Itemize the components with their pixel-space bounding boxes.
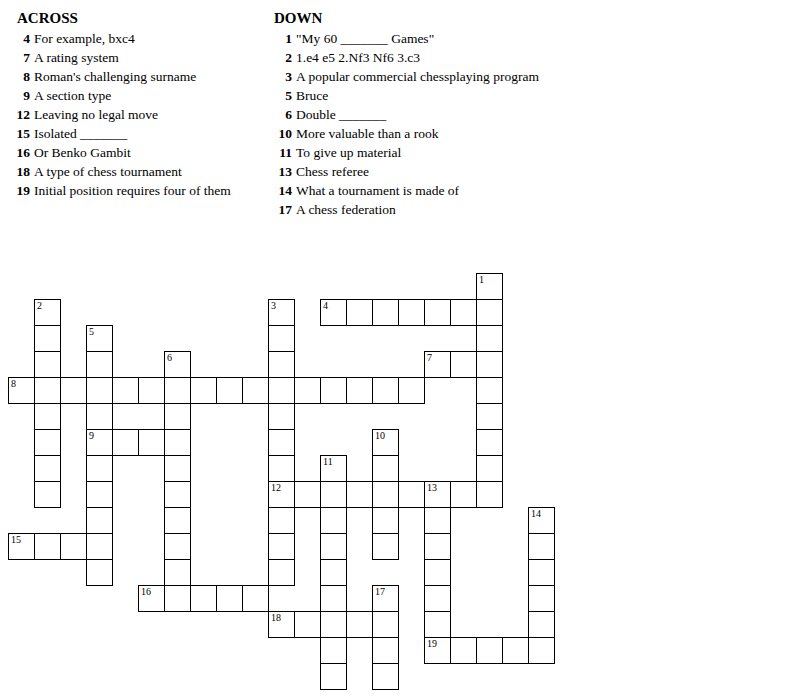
grid-cell[interactable]	[216, 377, 243, 404]
clue-number: 11	[270, 143, 292, 162]
grid-cell[interactable]	[476, 455, 503, 482]
clue-text: A section type	[34, 86, 111, 105]
grid-cell[interactable]	[450, 637, 477, 664]
grid-cell[interactable]	[450, 481, 477, 508]
grid-cell[interactable]	[372, 611, 399, 638]
clue-across-4: 4For example, bxc4	[8, 29, 231, 48]
clue-number: 19	[8, 181, 30, 200]
grid-cell[interactable]	[424, 585, 451, 612]
grid-cell[interactable]: 14	[528, 507, 555, 534]
grid-cell[interactable]	[268, 507, 295, 534]
grid-cell[interactable]	[476, 377, 503, 404]
grid-cell[interactable]	[346, 481, 373, 508]
clue-text: "My 60 _______ Games"	[296, 29, 434, 48]
cell-number: 3	[271, 300, 276, 311]
cell-number: 14	[531, 508, 541, 519]
clue-across-15: 15Isolated _______	[8, 124, 231, 143]
grid-cell[interactable]	[242, 585, 269, 612]
grid-cell[interactable]	[320, 481, 347, 508]
down-header: DOWN	[274, 8, 539, 28]
grid-cell[interactable]	[450, 351, 477, 378]
clue-across-16: 16Or Benko Gambit	[8, 143, 231, 162]
clue-number: 12	[8, 105, 30, 124]
grid-cell[interactable]	[476, 325, 503, 352]
clue-down-13: 13Chess referee	[270, 162, 539, 181]
grid-cell[interactable]	[424, 559, 451, 586]
grid-cell[interactable]	[450, 299, 477, 326]
grid-cell[interactable]	[528, 611, 555, 638]
cell-number: 8	[11, 378, 16, 389]
grid-cell[interactable]	[476, 481, 503, 508]
across-clue-list: 4For example, bxc4 7A rating system 8Rom…	[8, 29, 231, 200]
grid-cell[interactable]	[320, 611, 347, 638]
clue-text: Initial position requires four of them	[34, 181, 231, 200]
clue-text: To give up material	[296, 143, 401, 162]
grid-cell[interactable]	[86, 455, 113, 482]
grid-cell[interactable]	[528, 637, 555, 664]
grid-cell[interactable]	[372, 637, 399, 664]
cell-number: 12	[271, 482, 281, 493]
clue-text: 1.e4 e5 2.Nf3 Nf6 3.c3	[296, 48, 420, 67]
grid-cell[interactable]	[268, 325, 295, 352]
grid-cell[interactable]	[164, 429, 191, 456]
clue-number: 14	[270, 181, 292, 200]
grid-cell[interactable]	[138, 377, 165, 404]
grid-cell[interactable]	[294, 611, 321, 638]
grid-cell[interactable]	[112, 377, 139, 404]
clue-number: 18	[8, 162, 30, 181]
grid-cell[interactable]	[34, 533, 61, 560]
clue-text: A popular commercial chessplaying progra…	[296, 67, 539, 86]
cell-number: 11	[323, 456, 333, 467]
clue-down-10: 10More valuable than a rook	[270, 124, 539, 143]
grid-cell[interactable]: 19	[424, 637, 451, 664]
grid-cell[interactable]	[346, 299, 373, 326]
clue-number: 9	[8, 86, 30, 105]
crossword-page: { "game": "crossword", "theme": "chess",…	[0, 0, 792, 699]
grid-cell[interactable]	[34, 351, 61, 378]
grid-cell[interactable]	[268, 351, 295, 378]
cell-number: 17	[375, 586, 385, 597]
clue-across-9: 9A section type	[8, 86, 231, 105]
grid-cell[interactable]	[164, 481, 191, 508]
clue-number: 3	[270, 67, 292, 86]
clue-text: A rating system	[34, 48, 119, 67]
clue-down-1: 1"My 60 _______ Games"	[270, 29, 539, 48]
grid-cell[interactable]	[424, 507, 451, 534]
cell-number: 19	[427, 638, 437, 649]
cell-number: 10	[375, 430, 385, 441]
grid-cell[interactable]: 17	[372, 585, 399, 612]
grid-cell[interactable]: 2	[34, 299, 61, 326]
grid-cell[interactable]	[320, 533, 347, 560]
grid-cell[interactable]	[60, 377, 87, 404]
grid-cell[interactable]	[372, 481, 399, 508]
grid-cell[interactable]	[34, 403, 61, 430]
grid-cell[interactable]	[398, 481, 425, 508]
grid-cell[interactable]	[476, 299, 503, 326]
clue-number: 2	[270, 48, 292, 67]
cell-number: 2	[37, 300, 42, 311]
clue-number: 5	[270, 86, 292, 105]
across-clues-section: ACROSS 4For example, bxc4 7A rating syst…	[8, 8, 231, 200]
grid-cell[interactable]: 13	[424, 481, 451, 508]
clue-text: A chess federation	[296, 200, 396, 219]
clue-number: 7	[8, 48, 30, 67]
clue-text: For example, bxc4	[34, 29, 135, 48]
cell-number: 1	[479, 274, 484, 285]
clue-number: 8	[8, 67, 30, 86]
clue-across-8: 8Roman's challenging surname	[8, 67, 231, 86]
grid-cell[interactable]	[164, 585, 191, 612]
clue-number: 15	[8, 124, 30, 143]
clue-down-3: 3A popular commercial chessplaying progr…	[270, 67, 539, 86]
grid-cell[interactable]	[398, 377, 425, 404]
cell-number: 6	[167, 352, 172, 363]
grid-cell[interactable]	[346, 611, 373, 638]
grid-cell[interactable]: 6	[164, 351, 191, 378]
grid-cell[interactable]	[86, 377, 113, 404]
clue-number: 16	[8, 143, 30, 162]
grid-cell[interactable]: 18	[268, 611, 295, 638]
clue-number: 6	[270, 105, 292, 124]
grid-cell[interactable]	[476, 351, 503, 378]
grid-cell[interactable]	[346, 377, 373, 404]
grid-cell[interactable]	[112, 429, 139, 456]
grid-cell[interactable]: 4	[320, 299, 347, 326]
grid-cell[interactable]	[372, 455, 399, 482]
grid-cell[interactable]: 3	[268, 299, 295, 326]
grid-cell[interactable]: 16	[138, 585, 165, 612]
grid-cell[interactable]	[86, 351, 113, 378]
clue-number: 10	[270, 124, 292, 143]
grid-cell[interactable]	[164, 403, 191, 430]
grid-cell[interactable]: 7	[424, 351, 451, 378]
grid-cell[interactable]	[190, 585, 217, 612]
clue-across-7: 7A rating system	[8, 48, 231, 67]
clue-text: Or Benko Gambit	[34, 143, 131, 162]
grid-cell[interactable]	[86, 403, 113, 430]
clue-down-17: 17A chess federation	[270, 200, 539, 219]
grid-cell[interactable]	[34, 377, 61, 404]
clue-number: 17	[270, 200, 292, 219]
grid-cell[interactable]	[34, 429, 61, 456]
grid-cell[interactable]	[34, 325, 61, 352]
grid-cell[interactable]	[86, 559, 113, 586]
clue-number: 1	[270, 29, 292, 48]
grid-cell[interactable]	[268, 377, 295, 404]
grid-cell[interactable]	[216, 585, 243, 612]
grid-cell[interactable]	[34, 455, 61, 482]
crossword-grid: 12345678910111213141516171819	[8, 273, 555, 690]
grid-cell[interactable]	[320, 377, 347, 404]
across-header: ACROSS	[17, 8, 231, 28]
grid-cell[interactable]	[320, 663, 347, 690]
grid-cell[interactable]	[86, 481, 113, 508]
cell-number: 4	[323, 300, 328, 311]
clue-across-18: 18A type of chess tournament	[8, 162, 231, 181]
grid-cell[interactable]	[320, 637, 347, 664]
grid-cell[interactable]	[372, 507, 399, 534]
grid-cell[interactable]	[528, 585, 555, 612]
grid-cell[interactable]	[476, 637, 503, 664]
cell-number: 18	[271, 612, 281, 623]
grid-cell[interactable]	[164, 455, 191, 482]
clue-down-6: 6Double _______	[270, 105, 539, 124]
clue-text: Roman's challenging surname	[34, 67, 196, 86]
grid-cell[interactable]: 15	[8, 533, 35, 560]
cell-number: 5	[89, 326, 94, 337]
grid-cell[interactable]	[372, 663, 399, 690]
cell-number: 16	[141, 586, 151, 597]
clue-number: 4	[8, 29, 30, 48]
grid-cell[interactable]	[372, 377, 399, 404]
grid-cell[interactable]	[294, 481, 321, 508]
grid-cell[interactable]	[164, 507, 191, 534]
grid-cell[interactable]: 1	[476, 273, 503, 300]
grid-cell[interactable]: 5	[86, 325, 113, 352]
clue-text: More valuable than a rook	[296, 124, 438, 143]
down-clue-list: 1"My 60 _______ Games" 21.e4 e5 2.Nf3 Nf…	[270, 29, 539, 219]
clue-text: A type of chess tournament	[34, 162, 182, 181]
clue-text: Leaving no legal move	[34, 105, 158, 124]
grid-cell[interactable]	[164, 377, 191, 404]
cell-number: 13	[427, 482, 437, 493]
grid-cell[interactable]	[268, 403, 295, 430]
grid-cell[interactable]: 9	[86, 429, 113, 456]
cell-number: 7	[427, 352, 432, 363]
grid-cell[interactable]	[242, 377, 269, 404]
clue-down-5: 5Bruce	[270, 86, 539, 105]
grid-cell[interactable]: 11	[320, 455, 347, 482]
grid-cell[interactable]	[372, 533, 399, 560]
grid-cell[interactable]	[476, 403, 503, 430]
grid-cell[interactable]	[86, 533, 113, 560]
clue-across-19: 19Initial position requires four of them	[8, 181, 231, 200]
grid-cell[interactable]	[320, 585, 347, 612]
clue-across-12: 12Leaving no legal move	[8, 105, 231, 124]
grid-cell[interactable]: 10	[372, 429, 399, 456]
grid-cell[interactable]	[320, 507, 347, 534]
grid-cell[interactable]	[138, 429, 165, 456]
grid-cell[interactable]	[164, 533, 191, 560]
clue-text: Bruce	[296, 86, 328, 105]
grid-cell[interactable]	[528, 533, 555, 560]
clue-text: What a tournament is made of	[296, 181, 459, 200]
grid-cell[interactable]	[34, 481, 61, 508]
grid-cell[interactable]	[268, 559, 295, 586]
grid-cell[interactable]	[320, 559, 347, 586]
grid-cell[interactable]	[164, 559, 191, 586]
grid-cell[interactable]	[424, 299, 451, 326]
grid-cell[interactable]	[268, 455, 295, 482]
grid-cell[interactable]	[190, 377, 217, 404]
grid-cell[interactable]: 8	[8, 377, 35, 404]
grid-cell[interactable]	[476, 429, 503, 456]
clue-text: Chess referee	[296, 162, 369, 181]
grid-cell[interactable]	[268, 429, 295, 456]
grid-cell[interactable]	[398, 299, 425, 326]
grid-cell[interactable]: 12	[268, 481, 295, 508]
clue-number: 13	[270, 162, 292, 181]
grid-cell[interactable]	[86, 507, 113, 534]
grid-cell[interactable]	[372, 299, 399, 326]
clue-text: Double _______	[296, 105, 386, 124]
down-clues-section: DOWN 1"My 60 _______ Games" 21.e4 e5 2.N…	[270, 8, 539, 219]
clue-down-11: 11To give up material	[270, 143, 539, 162]
grid-cell[interactable]	[294, 377, 321, 404]
clue-down-14: 14What a tournament is made of	[270, 181, 539, 200]
grid-cell[interactable]	[528, 559, 555, 586]
grid-cell[interactable]	[268, 533, 295, 560]
grid-cell[interactable]	[424, 611, 451, 638]
cell-number: 9	[89, 430, 94, 441]
grid-cell[interactable]	[60, 533, 87, 560]
cell-number: 15	[11, 534, 21, 545]
clue-down-2: 21.e4 e5 2.Nf3 Nf6 3.c3	[270, 48, 539, 67]
clue-text: Isolated _______	[34, 124, 127, 143]
grid-cell[interactable]	[502, 637, 529, 664]
grid-cell[interactable]	[424, 533, 451, 560]
